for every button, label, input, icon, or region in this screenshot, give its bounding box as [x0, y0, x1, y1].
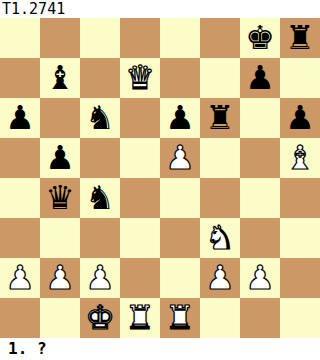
black-knight-piece[interactable]: ♞: [85, 178, 115, 218]
square-f8[interactable]: [200, 18, 240, 58]
square-c3[interactable]: [80, 218, 120, 258]
white-queen-piece[interactable]: ♛: [125, 58, 155, 98]
chess-board: ♚♜♝♛♟♟♞♟♜♟♟♟♝♛♞♞♟♟♟♟♟♚♜♜: [0, 18, 320, 338]
square-b5[interactable]: ♟: [40, 138, 80, 178]
square-g5[interactable]: [240, 138, 280, 178]
square-d5[interactable]: [120, 138, 160, 178]
black-pawn-piece[interactable]: ♟: [5, 98, 35, 138]
black-knight-piece[interactable]: ♞: [85, 98, 115, 138]
square-e4[interactable]: [160, 178, 200, 218]
square-d8[interactable]: [120, 18, 160, 58]
square-h1[interactable]: [280, 298, 320, 338]
square-c2[interactable]: ♟: [80, 258, 120, 298]
white-rook-piece[interactable]: ♜: [125, 298, 155, 338]
square-g1[interactable]: [240, 298, 280, 338]
square-h2[interactable]: [280, 258, 320, 298]
square-e1[interactable]: ♜: [160, 298, 200, 338]
white-rook-piece[interactable]: ♜: [165, 298, 195, 338]
square-b2[interactable]: ♟: [40, 258, 80, 298]
square-h4[interactable]: [280, 178, 320, 218]
square-c1[interactable]: ♚: [80, 298, 120, 338]
square-d3[interactable]: [120, 218, 160, 258]
black-pawn-piece[interactable]: ♟: [245, 58, 275, 98]
square-d4[interactable]: [120, 178, 160, 218]
square-e7[interactable]: [160, 58, 200, 98]
square-a7[interactable]: [0, 58, 40, 98]
square-g3[interactable]: [240, 218, 280, 258]
square-b8[interactable]: [40, 18, 80, 58]
white-pawn-piece[interactable]: ♟: [165, 138, 195, 178]
square-f5[interactable]: [200, 138, 240, 178]
square-e3[interactable]: [160, 218, 200, 258]
square-c6[interactable]: ♞: [80, 98, 120, 138]
white-pawn-piece[interactable]: ♟: [245, 258, 275, 298]
puzzle-title: T1.2741: [0, 0, 320, 18]
square-a6[interactable]: ♟: [0, 98, 40, 138]
black-rook-piece[interactable]: ♜: [285, 18, 315, 58]
black-pawn-piece[interactable]: ♟: [285, 98, 315, 138]
white-pawn-piece[interactable]: ♟: [45, 258, 75, 298]
black-queen-piece[interactable]: ♛: [45, 178, 75, 218]
square-a8[interactable]: [0, 18, 40, 58]
square-b1[interactable]: [40, 298, 80, 338]
square-g2[interactable]: ♟: [240, 258, 280, 298]
square-f1[interactable]: [200, 298, 240, 338]
square-f7[interactable]: [200, 58, 240, 98]
square-e8[interactable]: [160, 18, 200, 58]
square-g7[interactable]: ♟: [240, 58, 280, 98]
square-c5[interactable]: [80, 138, 120, 178]
square-f2[interactable]: ♟: [200, 258, 240, 298]
square-h5[interactable]: ♝: [280, 138, 320, 178]
square-c4[interactable]: ♞: [80, 178, 120, 218]
square-h8[interactable]: ♜: [280, 18, 320, 58]
black-bishop-piece[interactable]: ♝: [45, 58, 75, 98]
black-rook-piece[interactable]: ♜: [205, 98, 235, 138]
white-bishop-piece[interactable]: ♝: [285, 138, 315, 178]
white-pawn-piece[interactable]: ♟: [205, 258, 235, 298]
square-g8[interactable]: ♚: [240, 18, 280, 58]
square-e5[interactable]: ♟: [160, 138, 200, 178]
square-a1[interactable]: [0, 298, 40, 338]
square-d6[interactable]: [120, 98, 160, 138]
square-a4[interactable]: [0, 178, 40, 218]
square-a5[interactable]: [0, 138, 40, 178]
white-knight-piece[interactable]: ♞: [205, 218, 235, 258]
move-prompt: 1. ?: [0, 338, 320, 360]
square-c8[interactable]: [80, 18, 120, 58]
white-king-piece[interactable]: ♚: [85, 298, 115, 338]
square-b7[interactable]: ♝: [40, 58, 80, 98]
square-b6[interactable]: [40, 98, 80, 138]
black-pawn-piece[interactable]: ♟: [165, 98, 195, 138]
black-pawn-piece[interactable]: ♟: [45, 138, 75, 178]
square-d7[interactable]: ♛: [120, 58, 160, 98]
square-h7[interactable]: [280, 58, 320, 98]
square-a2[interactable]: ♟: [0, 258, 40, 298]
black-king-piece[interactable]: ♚: [245, 18, 275, 58]
square-g4[interactable]: [240, 178, 280, 218]
square-d2[interactable]: [120, 258, 160, 298]
square-f3[interactable]: ♞: [200, 218, 240, 258]
square-h6[interactable]: ♟: [280, 98, 320, 138]
white-pawn-piece[interactable]: ♟: [5, 258, 35, 298]
square-f4[interactable]: [200, 178, 240, 218]
square-b3[interactable]: [40, 218, 80, 258]
square-b4[interactable]: ♛: [40, 178, 80, 218]
square-g6[interactable]: [240, 98, 280, 138]
white-pawn-piece[interactable]: ♟: [85, 258, 115, 298]
square-d1[interactable]: ♜: [120, 298, 160, 338]
square-h3[interactable]: [280, 218, 320, 258]
square-c7[interactable]: [80, 58, 120, 98]
square-f6[interactable]: ♜: [200, 98, 240, 138]
square-e6[interactable]: ♟: [160, 98, 200, 138]
square-a3[interactable]: [0, 218, 40, 258]
square-e2[interactable]: [160, 258, 200, 298]
